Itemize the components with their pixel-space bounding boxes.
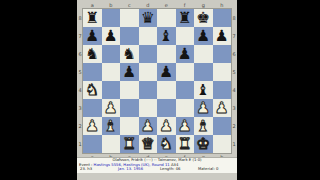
square-d5 <box>139 63 158 81</box>
square-h3: ♟ <box>213 99 232 117</box>
square-d2: ♟ <box>139 117 158 135</box>
rank-labels-right: 87654321 <box>231 9 237 153</box>
square-c5: ♟ <box>120 63 139 81</box>
square-h7: ♟ <box>213 27 232 45</box>
square-c4 <box>120 81 139 99</box>
white-pawn-h3: ♟ <box>213 99 232 117</box>
square-b8 <box>102 9 121 27</box>
game-length: Length: 46 <box>160 167 198 172</box>
square-c3 <box>120 99 139 117</box>
white-bishop-b2: ♝ <box>102 117 121 135</box>
white-pawn-b3: ♟ <box>102 99 121 117</box>
black-pawn-b7: ♟ <box>102 27 121 45</box>
rank-label-7: 7 <box>231 27 237 45</box>
white-pawn-f2: ♟ <box>176 117 195 135</box>
square-e4 <box>157 81 176 99</box>
square-g4: ♝ <box>194 81 213 99</box>
square-g3: ♟ <box>194 99 213 117</box>
letterbox-right <box>237 0 320 180</box>
square-b4 <box>102 81 121 99</box>
square-h8 <box>213 9 232 27</box>
black-rook-a8: ♜ <box>83 9 102 27</box>
square-e7: ♝ <box>157 27 176 45</box>
square-d4 <box>139 81 158 99</box>
black-pawn-g7: ♟ <box>194 27 213 45</box>
square-h4 <box>213 81 232 99</box>
square-d6 <box>139 45 158 63</box>
square-d8: ♛ <box>139 9 158 27</box>
game-info-bar: Olafsson, Fridrik (----) -- Taimanov, Ma… <box>77 157 237 173</box>
square-h5 <box>213 63 232 81</box>
white-rook-f1: ♜ <box>176 135 195 153</box>
material-balance: Material: 0 <box>198 167 218 172</box>
square-b1 <box>102 135 121 153</box>
event-link: Hastings 5556, Hastings (UK), Round 11 <box>94 163 170 167</box>
black-pawn-c5: ♟ <box>120 63 139 81</box>
square-h6 <box>213 45 232 63</box>
square-a2: ♟ <box>83 117 102 135</box>
file-label-g: g <box>194 1 213 9</box>
square-b5 <box>102 63 121 81</box>
square-h2 <box>213 117 232 135</box>
white-rook-c1: ♜ <box>120 135 139 153</box>
square-f5 <box>176 63 195 81</box>
file-label-c: c <box>120 1 139 9</box>
game-date: Jan. 13. 1956 <box>118 167 160 172</box>
rank-label-4: 4 <box>231 81 237 99</box>
square-a6: ♞ <box>83 45 102 63</box>
square-c6: ♞ <box>120 45 139 63</box>
square-g2: ♝ <box>194 117 213 135</box>
square-d1: ♛ <box>139 135 158 153</box>
square-d3 <box>139 99 158 117</box>
square-e2: ♟ <box>157 117 176 135</box>
file-label-h: h <box>213 1 232 9</box>
square-b6 <box>102 45 121 63</box>
black-pawn-a7: ♟ <box>83 27 102 45</box>
letterbox-left <box>0 0 77 180</box>
eco-code: A34 <box>170 163 179 167</box>
square-a4: ♞ <box>83 81 102 99</box>
black-knight-c6: ♞ <box>120 45 139 63</box>
file-label-b: b <box>102 1 121 9</box>
square-a7: ♟ <box>83 27 102 45</box>
black-king-g8: ♚ <box>194 9 213 27</box>
square-c2 <box>120 117 139 135</box>
file-label-a: a <box>83 1 102 9</box>
white-bishop-g2: ♝ <box>194 117 213 135</box>
black-rook-f8: ♜ <box>176 9 195 27</box>
square-a1 <box>83 135 102 153</box>
square-a5 <box>83 63 102 81</box>
file-labels-top: abcdefgh <box>83 1 231 9</box>
square-e6 <box>157 45 176 63</box>
square-f3 <box>176 99 195 117</box>
white-queen-d1: ♛ <box>139 135 158 153</box>
white-pawn-g3: ♟ <box>194 99 213 117</box>
black-bishop-e7: ♝ <box>157 27 176 45</box>
square-e1: ♞ <box>157 135 176 153</box>
white-pawn-e2: ♟ <box>157 117 176 135</box>
square-e3 <box>157 99 176 117</box>
square-f7 <box>176 27 195 45</box>
square-c8 <box>120 9 139 27</box>
white-knight-e1: ♞ <box>157 135 176 153</box>
black-knight-a6: ♞ <box>83 45 102 63</box>
square-d7 <box>139 27 158 45</box>
square-g7: ♟ <box>194 27 213 45</box>
rank-label-5: 5 <box>231 63 237 81</box>
square-b2: ♝ <box>102 117 121 135</box>
square-b7: ♟ <box>102 27 121 45</box>
rank-label-8: 8 <box>231 9 237 27</box>
rank-label-2: 2 <box>231 117 237 135</box>
square-g6 <box>194 45 213 63</box>
white-knight-a4: ♞ <box>83 81 102 99</box>
current-move: 23. h3 <box>80 167 118 172</box>
rank-label-6: 6 <box>231 45 237 63</box>
file-label-f: f <box>176 1 195 9</box>
file-label-d: d <box>139 1 158 9</box>
black-queen-d8: ♛ <box>139 9 158 27</box>
black-pawn-e5: ♟ <box>157 63 176 81</box>
rank-label-1: 1 <box>231 135 237 153</box>
rank-label-3: 3 <box>231 99 237 117</box>
white-pawn-d2: ♟ <box>139 117 158 135</box>
square-c1: ♜ <box>120 135 139 153</box>
black-pawn-f6: ♟ <box>176 45 195 63</box>
chess-board: ♜♛♜♚♟♟♝♟♟♞♞♟♟♟♞♝♟♟♟♟♝♟♟♟♝♜♛♞♜♚ <box>83 9 231 153</box>
square-g1: ♚ <box>194 135 213 153</box>
black-pawn-h7: ♟ <box>213 27 232 45</box>
square-e8 <box>157 9 176 27</box>
white-pawn-a2: ♟ <box>83 117 102 135</box>
file-label-e: e <box>157 1 176 9</box>
black-bishop-g4: ♝ <box>194 81 213 99</box>
square-g8: ♚ <box>194 9 213 27</box>
square-a3 <box>83 99 102 117</box>
event-label: Event : <box>79 163 94 167</box>
move-info-line: 23. h3 Jan. 13. 1956 Length: 46 Material… <box>77 167 237 172</box>
square-f6: ♟ <box>176 45 195 63</box>
square-a8: ♜ <box>83 9 102 27</box>
square-e5: ♟ <box>157 63 176 81</box>
square-h1 <box>213 135 232 153</box>
square-f8: ♜ <box>176 9 195 27</box>
square-f2: ♟ <box>176 117 195 135</box>
square-f4 <box>176 81 195 99</box>
white-king-g1: ♚ <box>194 135 213 153</box>
square-b3: ♟ <box>102 99 121 117</box>
square-c7 <box>120 27 139 45</box>
board-panel: abcdefgh 87654321 87654321 ♜♛♜♚♟♟♝♟♟♞♞♟♟… <box>77 0 237 180</box>
square-f1: ♜ <box>176 135 195 153</box>
square-g5 <box>194 63 213 81</box>
